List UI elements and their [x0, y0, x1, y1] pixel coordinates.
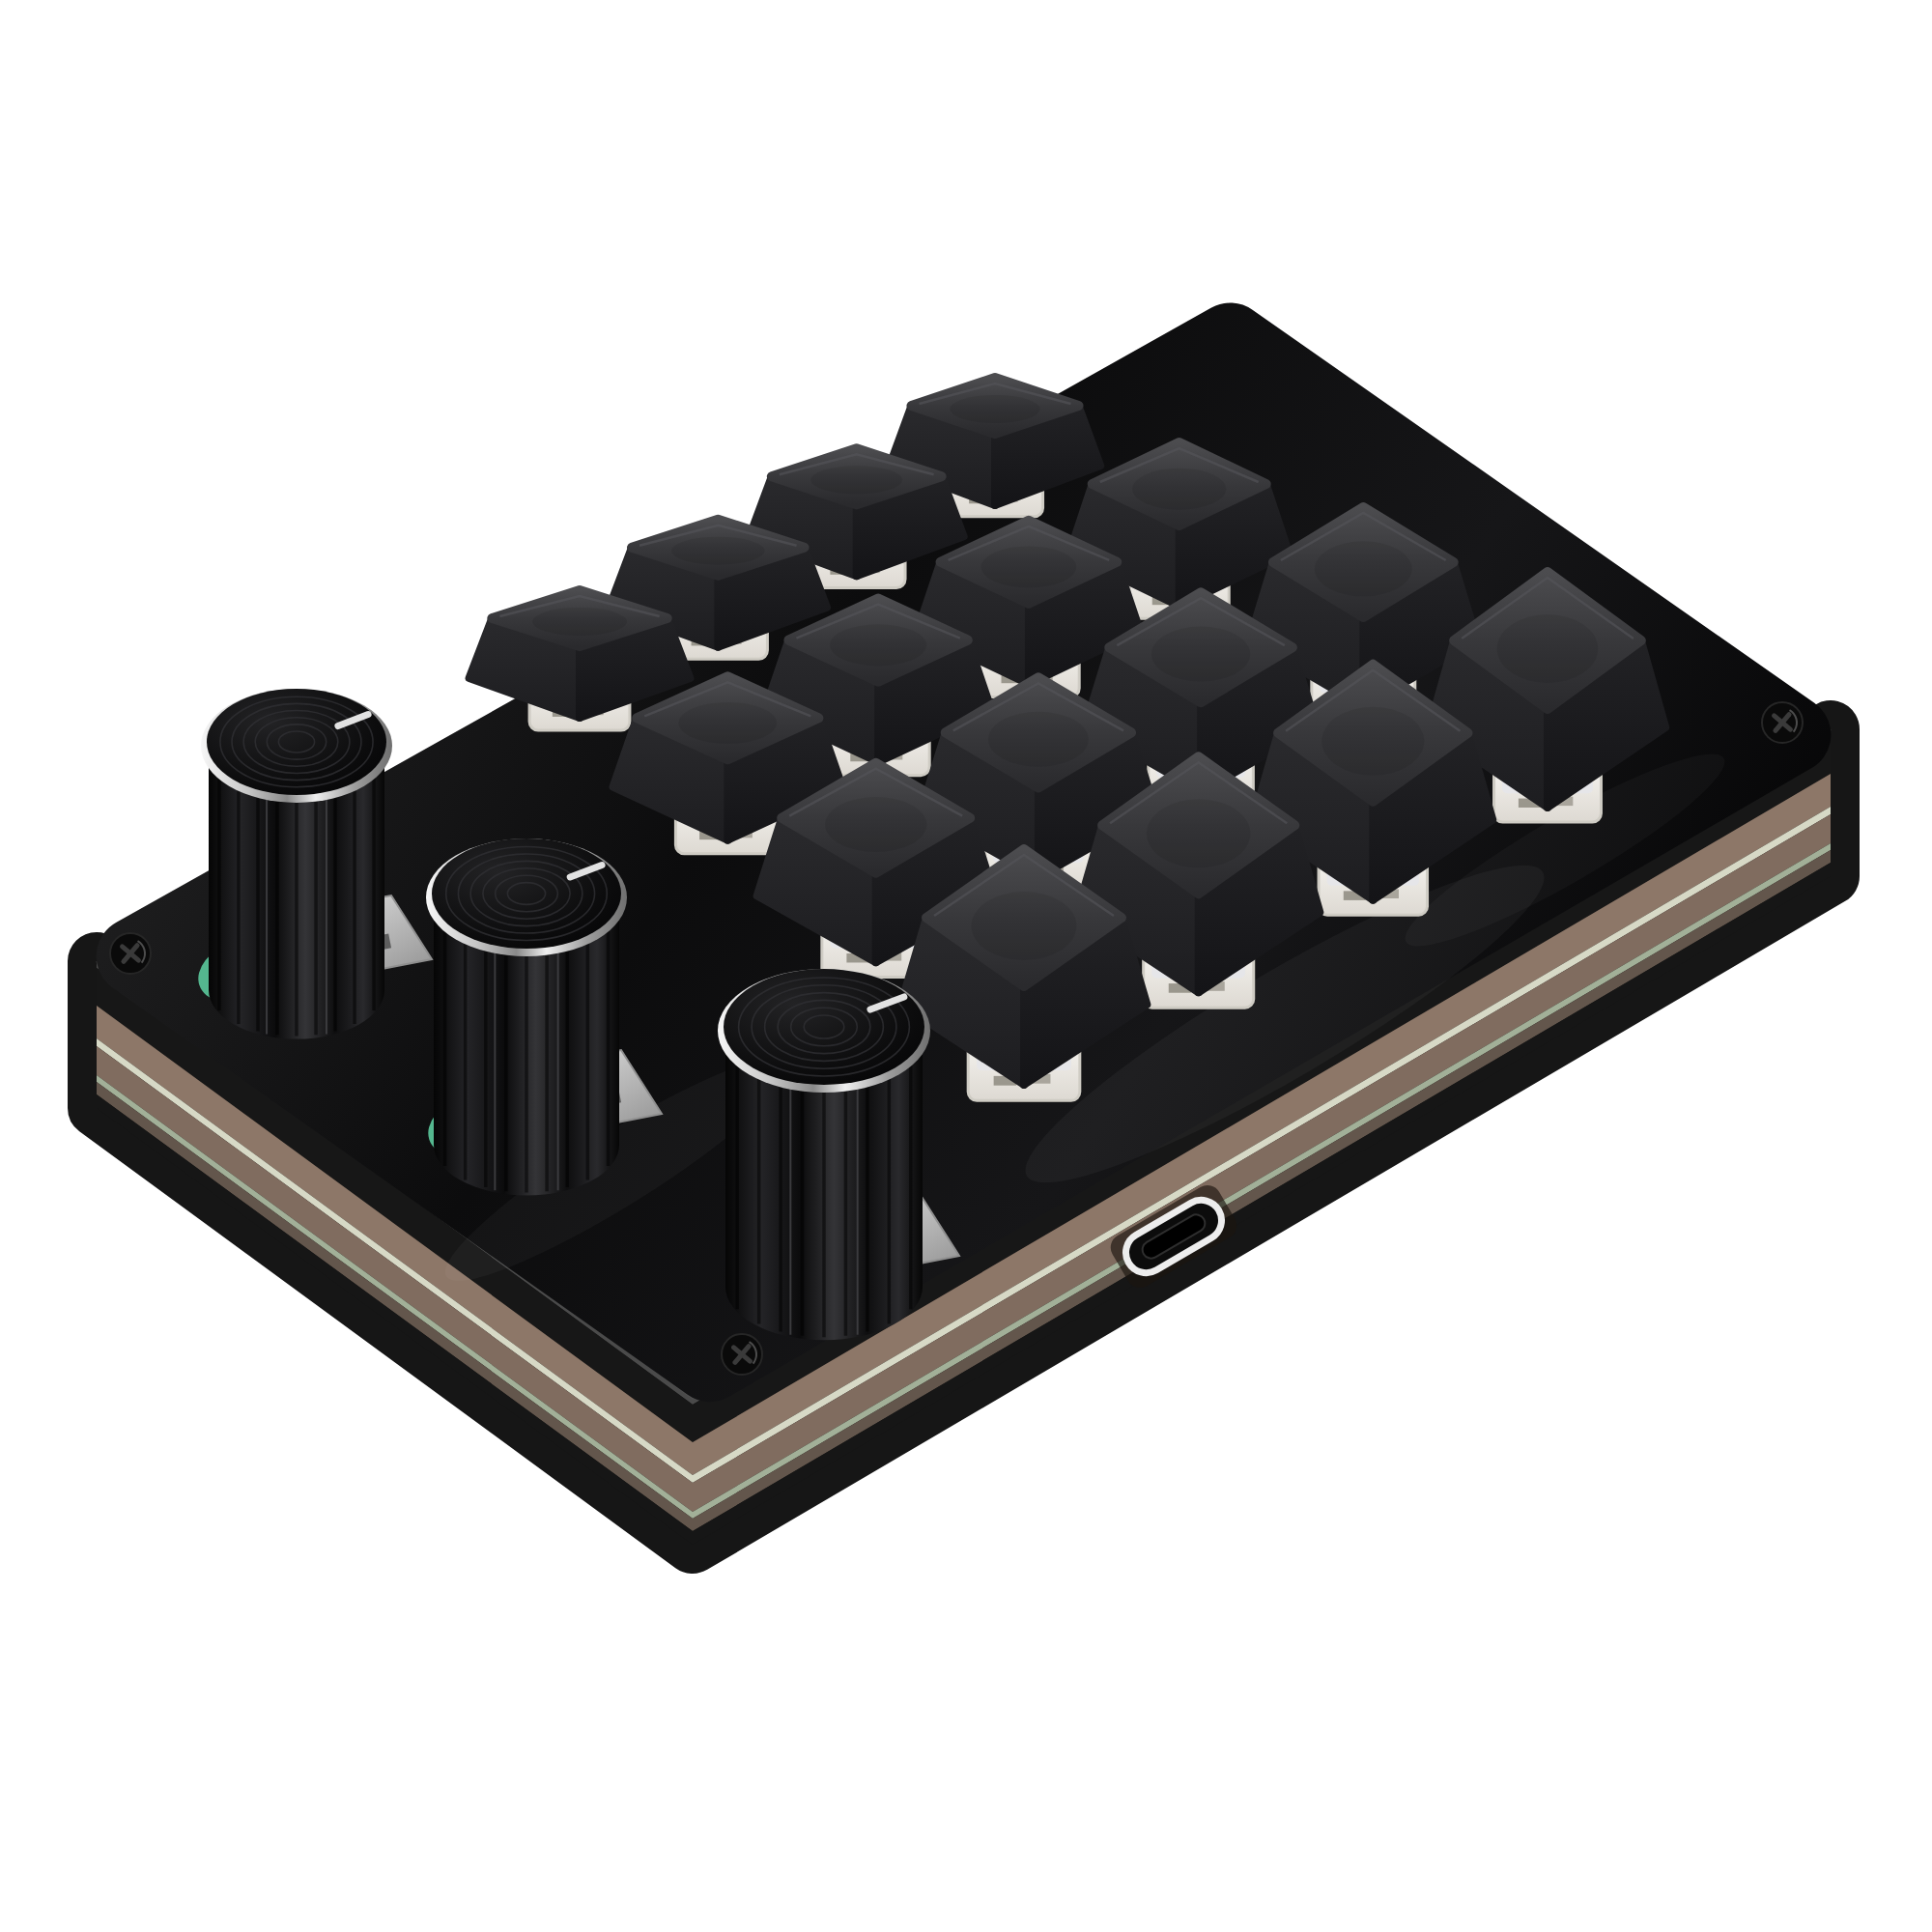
- screw-2: [1762, 702, 1803, 743]
- knob-top-face: [724, 969, 924, 1085]
- keycap-dish-shading: [1147, 799, 1251, 867]
- keycap-dish-shading: [671, 537, 764, 565]
- keycap-dish-shading: [971, 892, 1076, 960]
- keycap-dish-shading: [810, 466, 902, 494]
- keycap-dish-shading: [532, 608, 627, 636]
- screw-3: [722, 1334, 762, 1375]
- screw-1: [110, 933, 151, 974]
- product-photo: Black 16-key mechanical macro keypad wit…: [0, 0, 1932, 1932]
- knob-top-face: [432, 838, 621, 949]
- keycap-dish-shading: [1497, 614, 1599, 683]
- keycap-dish-shading: [950, 395, 1039, 423]
- keycap-dish-shading: [830, 624, 926, 666]
- keycap-dish-shading: [679, 702, 778, 744]
- keycap-dish-shading: [981, 546, 1077, 587]
- keycap-dish-shading: [1151, 627, 1250, 682]
- keycap-dish-shading: [988, 712, 1089, 767]
- knob-top-face: [207, 689, 386, 795]
- keycap-dish-shading: [1132, 469, 1226, 510]
- keycap-dish-shading: [1321, 707, 1424, 776]
- macropad-photo: Black 16-key mechanical macro keypad wit…: [0, 0, 1932, 1932]
- keycap-dish-shading: [825, 797, 926, 852]
- keycap-dish-shading: [1315, 541, 1412, 596]
